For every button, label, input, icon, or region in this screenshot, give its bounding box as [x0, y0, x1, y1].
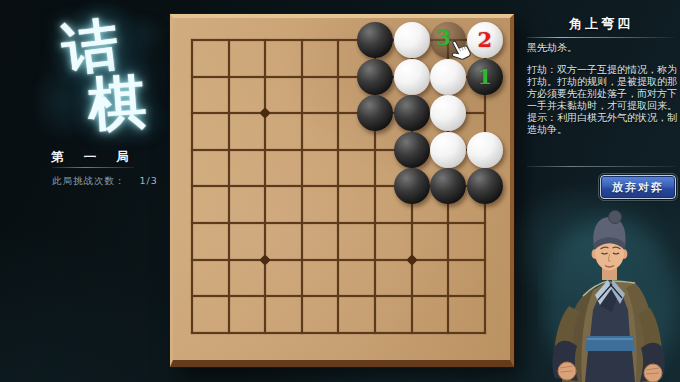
- black-stone: [357, 95, 393, 131]
- white-stone: [394, 22, 430, 58]
- puzzle-hint: 提示：利用白棋无外气的状况，制造劫争。: [527, 112, 677, 136]
- puzzle-title: 角上弯四: [522, 15, 680, 33]
- black-stone: [394, 168, 430, 204]
- round-label: 第 一 局: [30, 149, 150, 166]
- grid-line-h: [191, 222, 486, 224]
- black-stone: [467, 168, 503, 204]
- calligraphy-title-char2: 棋: [86, 72, 148, 134]
- puzzle-objective: 黑先劫杀。: [527, 42, 677, 54]
- calligraphy-title-char1: 诘: [59, 15, 121, 77]
- black-stone: [394, 132, 430, 168]
- star-point: [260, 108, 271, 119]
- grid-line-h: [191, 332, 486, 334]
- attempts-counter: 此局挑战次数：1/3: [52, 175, 158, 188]
- ko-rule-explanation: 打劫：双方一子互提的情况，称为打劫。打劫的规则，是被提取的那方必须要先在别处落子…: [527, 64, 677, 112]
- white-stone: [430, 95, 466, 131]
- star-point: [406, 254, 417, 265]
- white-stone: [467, 132, 503, 168]
- game-screen: 诘 棋 第 一 局 此局挑战次数：1/3 123 角上弯四 黑先劫杀。 打劫：双…: [0, 0, 680, 382]
- puzzle-description: 黑先劫杀。 打劫：双方一子互提的情况，称为打劫。打劫的规则，是被提取的那方必须要…: [527, 42, 677, 136]
- black-stone: [394, 95, 430, 131]
- black-stone: [357, 22, 393, 58]
- black-stone: [357, 59, 393, 95]
- star-point: [260, 254, 271, 265]
- title-divider: [527, 37, 675, 38]
- round-divider: [52, 167, 134, 168]
- give-up-button[interactable]: 放弃对弈: [600, 175, 676, 199]
- grid-line-h: [191, 259, 486, 261]
- grid-line-v: [337, 39, 339, 334]
- attempts-label: 此局挑战次数：: [52, 175, 126, 186]
- attempts-value: 1/3: [140, 175, 158, 186]
- go-board[interactable]: 123: [170, 14, 514, 367]
- board-grid[interactable]: 123: [192, 40, 485, 333]
- grid-line-h: [191, 295, 486, 297]
- black-stone: [430, 168, 466, 204]
- white-stone: [430, 132, 466, 168]
- bottom-divider: [527, 166, 675, 167]
- hand-pointer-cursor: [447, 37, 474, 65]
- white-stone: [394, 59, 430, 95]
- npc-character: [538, 208, 680, 382]
